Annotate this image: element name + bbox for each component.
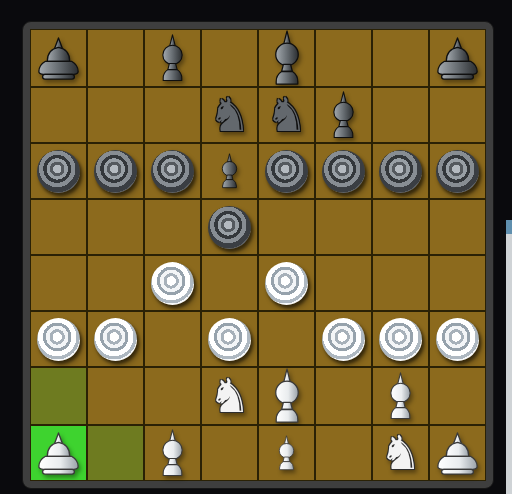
- piece-black-knight[interactable]: ♞: [265, 92, 307, 139]
- scrollbar-thumb[interactable]: [506, 220, 512, 234]
- square-c2[interactable]: [145, 368, 200, 424]
- square-f1[interactable]: [316, 426, 371, 480]
- piece-black-pawn[interactable]: [265, 150, 308, 193]
- square-g1[interactable]: ♞: [373, 426, 428, 480]
- piece-black-king[interactable]: [269, 30, 305, 86]
- square-f3[interactable]: [316, 312, 371, 366]
- square-g6[interactable]: [373, 144, 428, 198]
- piece-black-rook[interactable]: [434, 37, 481, 80]
- square-d7[interactable]: ♞: [202, 88, 257, 142]
- square-b4[interactable]: [88, 256, 143, 310]
- pawn-disc: [436, 318, 479, 361]
- piece-black-bishop[interactable]: [157, 34, 188, 82]
- pawn-disc: [322, 150, 365, 193]
- piece-white-queen[interactable]: [275, 435, 298, 471]
- piece-black-bishop[interactable]: [328, 91, 359, 139]
- knight-glyph: ♞: [265, 91, 307, 138]
- square-c6[interactable]: [145, 144, 200, 198]
- piece-white-pawn[interactable]: [322, 318, 365, 361]
- square-a5[interactable]: [31, 200, 86, 254]
- piece-white-rook[interactable]: [35, 432, 82, 475]
- board-frame: ♞♞ ♞ ♞: [22, 21, 494, 489]
- pawn-disc: [208, 206, 251, 249]
- piece-white-pawn[interactable]: [208, 318, 251, 361]
- square-a3[interactable]: [31, 312, 86, 366]
- piece-black-pawn[interactable]: [379, 150, 422, 193]
- square-f5[interactable]: [316, 200, 371, 254]
- pawn-disc: [94, 318, 137, 361]
- square-g5[interactable]: [373, 200, 428, 254]
- square-e8[interactable]: [259, 30, 314, 86]
- square-h7[interactable]: [430, 88, 485, 142]
- square-f4[interactable]: [316, 256, 371, 310]
- square-d4[interactable]: [202, 256, 257, 310]
- piece-white-bishop[interactable]: [385, 372, 416, 420]
- square-c1[interactable]: [145, 426, 200, 480]
- square-e6[interactable]: [259, 144, 314, 198]
- square-a6[interactable]: [31, 144, 86, 198]
- knight-glyph: ♞: [208, 372, 250, 419]
- piece-white-pawn[interactable]: [265, 262, 308, 305]
- pawn-disc: [94, 150, 137, 193]
- square-h2[interactable]: [430, 368, 485, 424]
- piece-black-rook[interactable]: [35, 37, 82, 80]
- pawn-disc: [151, 150, 194, 193]
- piece-black-pawn[interactable]: [208, 206, 251, 249]
- square-h6[interactable]: [430, 144, 485, 198]
- pawn-disc: [37, 150, 80, 193]
- square-h4[interactable]: [430, 256, 485, 310]
- square-b7[interactable]: [88, 88, 143, 142]
- square-f2[interactable]: [316, 368, 371, 424]
- square-a1[interactable]: [31, 426, 86, 480]
- square-d1[interactable]: [202, 426, 257, 480]
- piece-white-king[interactable]: [269, 368, 305, 424]
- square-b5[interactable]: [88, 200, 143, 254]
- piece-white-pawn[interactable]: [436, 318, 479, 361]
- piece-white-pawn[interactable]: [379, 318, 422, 361]
- piece-white-bishop[interactable]: [157, 429, 188, 477]
- square-b8[interactable]: [88, 30, 143, 86]
- piece-black-pawn[interactable]: [37, 150, 80, 193]
- square-h1[interactable]: [430, 426, 485, 480]
- square-h3[interactable]: [430, 312, 485, 366]
- square-h5[interactable]: [430, 200, 485, 254]
- pawn-disc: [37, 318, 80, 361]
- square-c7[interactable]: [145, 88, 200, 142]
- square-c4[interactable]: [145, 256, 200, 310]
- square-f7[interactable]: [316, 88, 371, 142]
- pawn-disc: [151, 262, 194, 305]
- square-g7[interactable]: [373, 88, 428, 142]
- piece-white-knight[interactable]: ♞: [208, 373, 250, 420]
- square-d5[interactable]: [202, 200, 257, 254]
- pawn-disc: [436, 150, 479, 193]
- square-f8[interactable]: [316, 30, 371, 86]
- square-b2[interactable]: [88, 368, 143, 424]
- board: ♞♞ ♞ ♞: [30, 29, 486, 481]
- square-b1[interactable]: [88, 426, 143, 480]
- square-c8[interactable]: [145, 30, 200, 86]
- piece-white-knight[interactable]: ♞: [379, 430, 421, 477]
- square-e1[interactable]: [259, 426, 314, 480]
- square-d6[interactable]: [202, 144, 257, 198]
- square-a8[interactable]: [31, 30, 86, 86]
- piece-white-rook[interactable]: [434, 432, 481, 475]
- square-d3[interactable]: [202, 312, 257, 366]
- square-d8[interactable]: [202, 30, 257, 86]
- square-e4[interactable]: [259, 256, 314, 310]
- square-g4[interactable]: [373, 256, 428, 310]
- square-b3[interactable]: [88, 312, 143, 366]
- piece-white-pawn[interactable]: [151, 262, 194, 305]
- square-d2[interactable]: ♞: [202, 368, 257, 424]
- pawn-disc: [322, 318, 365, 361]
- knight-glyph: ♞: [379, 429, 421, 476]
- pawn-disc: [208, 318, 251, 361]
- piece-white-pawn[interactable]: [37, 318, 80, 361]
- square-e7[interactable]: ♞: [259, 88, 314, 142]
- pawn-disc: [265, 262, 308, 305]
- square-g2[interactable]: [373, 368, 428, 424]
- square-a2[interactable]: [31, 368, 86, 424]
- square-e5[interactable]: [259, 200, 314, 254]
- piece-black-pawn[interactable]: [94, 150, 137, 193]
- square-g8[interactable]: [373, 30, 428, 86]
- square-h8[interactable]: [430, 30, 485, 86]
- piece-white-pawn[interactable]: [94, 318, 137, 361]
- knight-glyph: ♞: [208, 91, 250, 138]
- piece-black-pawn[interactable]: [322, 150, 365, 193]
- piece-black-knight[interactable]: ♞: [208, 92, 250, 139]
- piece-black-pawn[interactable]: [436, 150, 479, 193]
- square-a4[interactable]: [31, 256, 86, 310]
- piece-black-queen[interactable]: [218, 153, 241, 189]
- square-a7[interactable]: [31, 88, 86, 142]
- square-e2[interactable]: [259, 368, 314, 424]
- pawn-disc: [379, 318, 422, 361]
- pawn-disc: [379, 150, 422, 193]
- square-c3[interactable]: [145, 312, 200, 366]
- square-f6[interactable]: [316, 144, 371, 198]
- piece-black-pawn[interactable]: [151, 150, 194, 193]
- square-e3[interactable]: [259, 312, 314, 366]
- square-g3[interactable]: [373, 312, 428, 366]
- square-c5[interactable]: [145, 200, 200, 254]
- square-b6[interactable]: [88, 144, 143, 198]
- scrollbar-track[interactable]: [506, 220, 512, 494]
- pawn-disc: [265, 150, 308, 193]
